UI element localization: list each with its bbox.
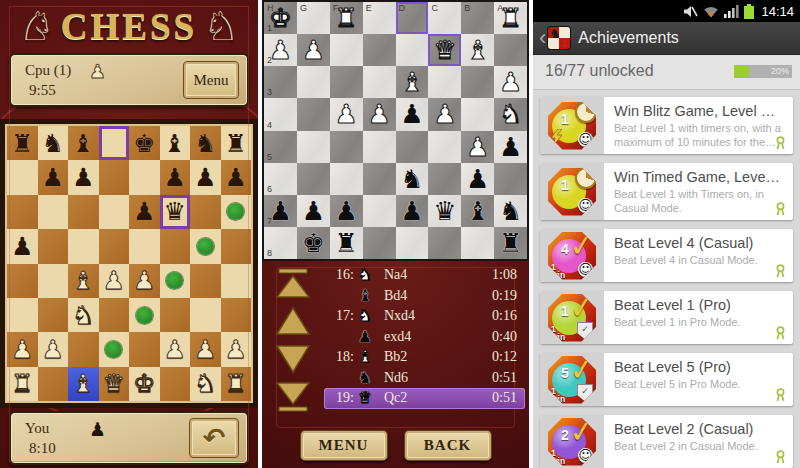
square-c4[interactable]: ♟ <box>428 98 461 130</box>
card-body: Beat Level 1 (Pro) Beat Level 1 in Pro M… <box>604 291 793 344</box>
square-e2[interactable] <box>363 34 396 66</box>
move-row[interactable]: 18: ♝ Bb2 0:12 <box>324 347 525 368</box>
black-queen: ♛ <box>433 198 456 224</box>
square-g2[interactable]: ♟ <box>190 332 221 366</box>
square-d8[interactable] <box>396 227 429 259</box>
achievement-title: Beat Level 5 (Pro) <box>614 359 783 375</box>
black-rook: ♜ <box>335 230 358 256</box>
square-c6[interactable] <box>428 163 461 195</box>
achievement-card[interactable]: 5✓ ☺✓1 win Beat Level 5 (Pro) Beat Level… <box>540 353 793 406</box>
square-b3[interactable] <box>461 66 494 98</box>
square-h6[interactable]: 6 <box>264 163 297 195</box>
move-row[interactable]: ♝ Bd4 0:19 <box>324 286 525 307</box>
white-pawn: ♟ <box>466 134 489 160</box>
square-b8[interactable] <box>461 227 494 259</box>
square-f7[interactable]: ♟ <box>160 160 191 194</box>
move-number: 16: <box>324 267 354 283</box>
move-san: Nxd4 <box>384 308 471 324</box>
middle-chess-board[interactable]: ♚H1G♜FEDCB♜A♟2♟♛♝3♝♟4♟♟♟♟♞5♟♟6♞♟♟7♟♟♟♛♝♞… <box>264 2 527 259</box>
square-a6[interactable] <box>7 195 38 229</box>
square-a5[interactable]: ♟ <box>494 131 527 163</box>
square-b5[interactable] <box>38 229 69 263</box>
square-d7[interactable]: ♟ <box>396 195 429 227</box>
move-time: 0:51 <box>471 390 517 406</box>
square-c4[interactable]: ♝ <box>68 264 99 298</box>
file-label: D <box>399 3 406 13</box>
rank-label: 8 <box>267 248 272 258</box>
knight-left-icon: ♘ <box>19 4 55 48</box>
move-san: Bd4 <box>384 288 471 304</box>
achievement-badge-icon: 1✓ ☺✓1 win <box>548 168 596 216</box>
black-pawn: ♟ <box>11 234 33 259</box>
square-b7[interactable]: ♝ <box>461 195 494 227</box>
white-knight: ♞ <box>499 101 522 127</box>
black-bishop: ♝ <box>72 131 94 156</box>
white-rook: ♜ <box>11 371 33 396</box>
square-g2[interactable]: ♟ <box>297 34 330 66</box>
left-board-frame: ♜♞♝♚♝♞♜♟♟♟♟♟♟♛♟♝♟♟♞♟♟♟♟♟♜♝♛♚♞♜ <box>0 119 258 408</box>
step-back-button[interactable] <box>271 304 315 337</box>
black-bishop: ♝ <box>164 131 186 156</box>
black-queen: ♛ <box>164 199 186 224</box>
card-body: Win Timed Game, Level 1 (Casual) Beat Le… <box>604 163 793 220</box>
square-f2[interactable] <box>330 34 363 66</box>
rank-label: 7 <box>267 216 272 226</box>
black-pawn-icon: ♟ <box>89 419 106 439</box>
square-c2[interactable] <box>68 332 99 366</box>
square-e7[interactable] <box>363 195 396 227</box>
square-f5[interactable] <box>160 229 191 263</box>
achievement-badge-icon: 2✓ ☺✓1 win <box>548 418 596 466</box>
achievement-badge-icon: 5✓ ☺✓1 win <box>548 356 596 404</box>
black-pawn: ♟ <box>72 165 94 190</box>
file-label: A <box>497 3 503 13</box>
square-h2[interactable]: ♟ <box>221 332 252 366</box>
square-h4[interactable] <box>221 264 252 298</box>
achievement-card[interactable]: 2✓ ☺✓1 win Beat Level 2 (Casual) Beat Le… <box>540 415 793 468</box>
square-a4[interactable] <box>7 264 38 298</box>
square-a1[interactable]: ♜ <box>7 367 38 401</box>
file-label: F <box>333 3 339 13</box>
square-g1[interactable]: G <box>297 2 330 34</box>
white-bishop: ♝ <box>466 37 489 63</box>
square-b1[interactable] <box>38 367 69 401</box>
cpu-clock: 9:55 <box>29 82 56 99</box>
white-knight: ♞ <box>72 303 94 328</box>
black-bishop-icon: ♝ <box>354 288 376 304</box>
undo-button[interactable]: ↶ <box>189 418 239 458</box>
square-c6[interactable] <box>68 195 99 229</box>
white-pawn: ♟ <box>335 101 358 127</box>
cpu-player-name: Cpu (1) <box>25 62 71 79</box>
square-f8[interactable]: ♜ <box>330 227 363 259</box>
android-status-bar: 14:14 <box>533 0 800 22</box>
square-e6[interactable]: ♟ <box>129 195 160 229</box>
move-number: 19: <box>324 390 354 406</box>
white-knight: ♞ <box>194 371 216 396</box>
white-pawn: ♟ <box>103 268 125 293</box>
square-g4[interactable] <box>190 264 221 298</box>
square-a3[interactable] <box>7 298 38 332</box>
square-c7[interactable]: ♛ <box>428 195 461 227</box>
skip-to-start-button[interactable] <box>271 266 315 299</box>
square-f3[interactable] <box>160 298 191 332</box>
square-g8[interactable]: ♚ <box>297 227 330 259</box>
middle-board-frame: ♚H1G♜FEDCB♜A♟2♟♛♝3♝♟4♟♟♟♟♞5♟♟6♞♟♟7♟♟♟♛♝♞… <box>262 0 529 261</box>
black-knight: ♞ <box>42 131 64 156</box>
white-queen: ♛ <box>433 37 456 63</box>
card-body: Beat Level 4 (Casual) Beat Level 4 in Ca… <box>604 229 793 282</box>
black-king: ♚ <box>302 230 325 256</box>
square-f1[interactable]: ♜F <box>330 2 363 34</box>
black-rook: ♜ <box>499 230 522 256</box>
square-d2[interactable] <box>396 34 429 66</box>
achievement-title: Win Blitz Game, Level 1 (Casual) <box>614 103 783 119</box>
undo-arrow-icon: ↶ <box>203 424 226 452</box>
move-row[interactable]: ♟ exd4 0:40 <box>324 327 525 348</box>
award-ribbon-icon <box>775 450 786 464</box>
achievement-card[interactable]: 1✓ ☺✓1 win Beat Level 1 (Pro) Beat Level… <box>540 291 793 344</box>
square-c5[interactable] <box>68 229 99 263</box>
square-e6[interactable] <box>363 163 396 195</box>
square-e5[interactable] <box>363 131 396 163</box>
move-time: 0:12 <box>471 349 517 365</box>
square-e3[interactable] <box>363 66 396 98</box>
file-label: E <box>366 3 372 13</box>
black-knight-icon: ♞ <box>354 370 376 386</box>
white-pawn: ♟ <box>367 101 390 127</box>
skip-to-end-button[interactable] <box>271 380 315 413</box>
title-bar: ♘ CHESS ♘ <box>0 2 258 50</box>
achievement-title: Beat Level 4 (Casual) <box>614 235 783 251</box>
bottom-buttons: MENU BACK <box>262 430 529 461</box>
award-ribbon-icon <box>775 264 786 278</box>
square-h7[interactable]: ♟7 <box>264 195 297 227</box>
move-row[interactable]: 17: ♞ Nxd4 0:16 <box>324 306 525 327</box>
square-g5[interactable] <box>190 229 221 263</box>
move-number: 18: <box>324 349 354 365</box>
achievement-title: Win Timed Game, Level 1 (Casual) <box>614 169 783 185</box>
move-time: 0:40 <box>471 329 517 345</box>
square-d1[interactable]: ♛ <box>99 367 130 401</box>
white-pawn: ♟ <box>164 337 186 362</box>
square-d4[interactable]: ♟ <box>396 98 429 130</box>
black-pawn: ♟ <box>194 165 216 190</box>
square-d5[interactable] <box>99 229 130 263</box>
square-f4[interactable]: ♟ <box>330 98 363 130</box>
white-bishop: ♝ <box>72 268 94 293</box>
rank-label: 4 <box>267 120 272 130</box>
move-list: 16: ♞ Na4 1:08 ♝ Bd4 0:19 17: ♞ Nxd4 0:1… <box>324 265 525 409</box>
square-g6[interactable] <box>190 195 221 229</box>
square-h5[interactable] <box>221 229 252 263</box>
black-knight: ♞ <box>400 166 423 192</box>
badge-zone: 1✓ ☺✓1 win <box>540 163 604 220</box>
square-g3[interactable] <box>190 298 221 332</box>
square-a1[interactable]: ♜A <box>494 2 527 34</box>
white-rook: ♜ <box>225 371 247 396</box>
you-player-bar: You ♟ 8:10 ↶ <box>9 411 249 465</box>
step-forward-button[interactable] <box>271 342 315 375</box>
signal-icon <box>724 5 739 18</box>
square-c8[interactable]: ♝ <box>68 126 99 160</box>
square-b6[interactable]: ♟ <box>461 163 494 195</box>
move-review-screen: ♚H1G♜FEDCB♜A♟2♟♛♝3♝♟4♟♟♟♟♞5♟♟6♞♟♟7♟♟♟♛♝♞… <box>262 0 529 468</box>
badge-zone: 2✓ ☺✓1 win <box>540 415 604 468</box>
square-e8[interactable]: ♚ <box>129 126 160 160</box>
square-e1[interactable]: E <box>363 2 396 34</box>
square-d1[interactable]: D <box>396 2 429 34</box>
achievement-badge-icon: 4✓ ☺✓1 win <box>548 232 596 280</box>
white-pawn-icon: ♟ <box>89 61 106 81</box>
white-pawn: ♟ <box>133 268 155 293</box>
square-h5[interactable]: 5 <box>264 131 297 163</box>
square-c3[interactable] <box>428 66 461 98</box>
black-knight: ♞ <box>499 198 522 224</box>
black-rook: ♜ <box>11 131 33 156</box>
black-king: ♚ <box>133 131 155 156</box>
square-b8[interactable]: ♞ <box>38 126 69 160</box>
square-d8[interactable] <box>99 126 130 160</box>
white-pawn: ♟ <box>302 37 325 63</box>
square-a2[interactable] <box>494 34 527 66</box>
progress-bar: 20% <box>734 65 792 78</box>
square-f2[interactable]: ♟ <box>160 332 191 366</box>
square-h2[interactable]: ♟2 <box>264 34 297 66</box>
square-b7[interactable]: ♟ <box>38 160 69 194</box>
square-h8[interactable]: 8 <box>264 227 297 259</box>
chess-app-icon[interactable]: ♞ ♝ <box>548 27 570 49</box>
white-knight-icon: ♞ <box>354 267 376 283</box>
award-ribbon-icon <box>775 202 786 216</box>
achievement-title: Beat Level 2 (Casual) <box>614 421 783 437</box>
white-queen: ♛ <box>103 371 125 396</box>
square-f3[interactable] <box>330 66 363 98</box>
square-b6[interactable] <box>38 195 69 229</box>
square-g4[interactable] <box>297 98 330 130</box>
move-san: exd4 <box>384 329 471 345</box>
square-h8[interactable]: ♜ <box>221 126 252 160</box>
square-g7[interactable]: ♟ <box>297 195 330 227</box>
move-san: Nd6 <box>384 370 471 386</box>
left-chess-board[interactable]: ♜♞♝♚♝♞♜♟♟♟♟♟♟♛♟♝♟♟♞♟♟♟♟♟♜♝♛♚♞♜ <box>7 126 251 401</box>
file-label: H <box>267 3 274 13</box>
square-e8[interactable] <box>363 227 396 259</box>
move-navigation <box>266 266 320 413</box>
unlocked-count: 16/77 unlocked <box>545 62 654 80</box>
achievement-card[interactable]: 1✓ ☺✓1 win Win Blitz Game, Level 1 (Casu… <box>540 97 793 154</box>
square-c3[interactable]: ♞ <box>68 298 99 332</box>
white-king: ♚ <box>133 371 155 396</box>
square-b4[interactable] <box>461 98 494 130</box>
square-d4[interactable]: ♟ <box>99 264 130 298</box>
cpu-player-bar: Cpu (1) ♟ 9:55 Menu <box>9 53 249 107</box>
legal-move-dot <box>197 238 214 255</box>
square-h3[interactable] <box>221 298 252 332</box>
square-f5[interactable] <box>330 131 363 163</box>
square-c1[interactable]: C <box>428 2 461 34</box>
square-g5[interactable] <box>297 131 330 163</box>
legal-move-dot <box>166 272 183 289</box>
achievement-description: Beat Level 1 with Timers on, in Casual M… <box>614 187 783 216</box>
square-f6[interactable] <box>330 163 363 195</box>
rank-label: 5 <box>267 152 272 162</box>
white-knight-icon: ♞ <box>354 308 376 324</box>
square-c7[interactable]: ♟ <box>68 160 99 194</box>
black-rook: ♜ <box>225 131 247 156</box>
legal-move-dot <box>105 341 122 358</box>
square-e3[interactable] <box>129 298 160 332</box>
black-pawn: ♟ <box>269 198 292 224</box>
square-a4[interactable]: ♞ <box>494 98 527 130</box>
rank-label: 3 <box>267 87 272 97</box>
square-a7[interactable] <box>7 160 38 194</box>
you-clock: 8:10 <box>29 440 56 457</box>
black-pawn: ♟ <box>400 198 423 224</box>
square-c5[interactable] <box>428 131 461 163</box>
square-h7[interactable]: ♟ <box>221 160 252 194</box>
knight-right-icon: ♘ <box>203 4 239 48</box>
square-e5[interactable] <box>129 229 160 263</box>
badge-zone: 1✓ ☺✓1 win <box>540 291 604 344</box>
move-time: 0:51 <box>471 370 517 386</box>
back-chevron-icon[interactable]: ‹ <box>539 23 546 53</box>
square-e2[interactable] <box>129 332 160 366</box>
square-f8[interactable]: ♝ <box>160 126 191 160</box>
rank-label: 6 <box>267 184 272 194</box>
move-time: 0:19 <box>471 288 517 304</box>
wifi-icon <box>703 5 719 18</box>
achievement-description: Beat Level 1 with timers on, with a maxi… <box>614 121 783 150</box>
achievement-badge-icon: 1✓ ☺✓1 win <box>548 294 596 342</box>
square-b2[interactable]: ♟ <box>38 332 69 366</box>
square-g1[interactable]: ♞ <box>190 367 221 401</box>
square-e1[interactable]: ♚ <box>129 367 160 401</box>
app-title: CHESS <box>61 5 197 48</box>
move-san: Na4 <box>384 267 471 283</box>
rank-label: 2 <box>267 55 272 65</box>
white-pawn: ♟ <box>499 69 522 95</box>
black-pawn: ♟ <box>164 165 186 190</box>
square-c1[interactable]: ♝ <box>68 367 99 401</box>
black-pawn: ♟ <box>133 199 155 224</box>
square-f1[interactable] <box>160 367 191 401</box>
progress-percent: 20% <box>771 65 789 78</box>
black-bishop: ♝ <box>466 198 489 224</box>
progress-fill <box>734 65 749 78</box>
square-h1[interactable]: ♚H1 <box>264 2 297 34</box>
square-h4[interactable]: 4 <box>264 98 297 130</box>
square-b2[interactable]: ♝ <box>461 34 494 66</box>
square-g3[interactable] <box>297 66 330 98</box>
square-a5[interactable]: ♟ <box>7 229 38 263</box>
chess-game-screen: ♘ CHESS ♘ Cpu (1) ♟ 9:55 Menu ♜♞♝♚♝♞♜♟♟♟… <box>0 0 258 468</box>
square-c2[interactable]: ♛ <box>428 34 461 66</box>
black-knight: ♞ <box>194 131 216 156</box>
achievement-card[interactable]: 1✓ ☺✓1 win Win Timed Game, Level 1 (Casu… <box>540 163 793 220</box>
white-pawn: ♟ <box>11 337 33 362</box>
battery-icon <box>744 4 754 19</box>
card-body: Win Blitz Game, Level 1 (Casual) Beat Le… <box>604 97 793 154</box>
square-h3[interactable]: 3 <box>264 66 297 98</box>
move-row-selected[interactable]: 19: ♛ Qc2 0:51 <box>324 388 525 409</box>
square-f6[interactable]: ♛ <box>160 195 191 229</box>
square-e7[interactable] <box>129 160 160 194</box>
menu-button[interactable]: Menu <box>183 61 239 99</box>
square-d5[interactable] <box>396 131 429 163</box>
move-san: Qc2 <box>384 390 471 406</box>
square-a3[interactable]: ♟ <box>494 66 527 98</box>
black-pawn: ♟ <box>400 101 423 127</box>
move-row[interactable]: 16: ♞ Na4 1:08 <box>324 265 525 286</box>
square-h1[interactable]: ♜ <box>221 367 252 401</box>
square-a8[interactable]: ♜ <box>7 126 38 160</box>
move-row[interactable]: ♞ Nd6 0:51 <box>324 368 525 389</box>
white-pawn: ♟ <box>194 337 216 362</box>
square-d3[interactable] <box>99 298 130 332</box>
award-ribbon-icon <box>775 136 786 150</box>
square-a8[interactable]: ♜ <box>494 227 527 259</box>
move-san: Bb2 <box>384 349 471 365</box>
card-body: Beat Level 2 (Casual) Beat Level 2 in Ca… <box>604 415 793 468</box>
square-b3[interactable] <box>38 298 69 332</box>
black-pawn-icon: ♟ <box>354 329 376 345</box>
black-pawn: ♟ <box>335 198 358 224</box>
square-d2[interactable] <box>99 332 130 366</box>
screen-title: Achievements <box>578 29 679 47</box>
square-e4[interactable]: ♟ <box>363 98 396 130</box>
black-pawn: ♟ <box>499 134 522 160</box>
move-list-area: 16: ♞ Na4 1:08 ♝ Bd4 0:19 17: ♞ Nxd4 0:1… <box>262 261 529 468</box>
badge-zone: 5✓ ☺✓1 win <box>540 353 604 406</box>
square-g7[interactable]: ♟ <box>190 160 221 194</box>
achievement-description: Beat Level 2 in Casual Mode. <box>614 439 783 453</box>
square-g6[interactable] <box>297 163 330 195</box>
square-g8[interactable]: ♞ <box>190 126 221 160</box>
you-player-name: You <box>25 420 49 437</box>
file-label: B <box>464 3 470 13</box>
achievement-title: Beat Level 1 (Pro) <box>614 297 783 313</box>
achievement-description: Beat Level 5 in Pro Mode. <box>614 377 783 391</box>
achievement-description: Beat Level 1 in Pro Mode. <box>614 315 783 329</box>
square-h6[interactable] <box>221 195 252 229</box>
square-a6[interactable] <box>494 163 527 195</box>
square-d6[interactable] <box>99 195 130 229</box>
square-f7[interactable]: ♟ <box>330 195 363 227</box>
unlock-progress-section: 16/77 unlocked 20% <box>533 55 800 90</box>
back-button[interactable]: BACK <box>404 430 492 461</box>
file-label: C <box>431 3 438 13</box>
square-b5[interactable]: ♟ <box>461 131 494 163</box>
square-c8[interactable] <box>428 227 461 259</box>
square-b1[interactable]: B <box>461 2 494 34</box>
achievement-badge-icon: 1✓ ☺✓1 win <box>548 102 596 150</box>
achievement-card[interactable]: 4✓ ☺✓1 win Beat Level 4 (Casual) Beat Le… <box>540 229 793 282</box>
award-ribbon-icon <box>775 326 786 340</box>
square-d6[interactable]: ♞ <box>396 163 429 195</box>
black-pawn: ♟ <box>225 165 247 190</box>
square-e4[interactable]: ♟ <box>129 264 160 298</box>
square-f4[interactable] <box>160 264 191 298</box>
square-a2[interactable]: ♟ <box>7 332 38 366</box>
square-a7[interactable]: ♞ <box>494 195 527 227</box>
square-b4[interactable] <box>38 264 69 298</box>
square-d3[interactable]: ♝ <box>396 66 429 98</box>
mute-icon <box>683 5 698 18</box>
legal-move-dot <box>227 203 244 220</box>
menu-button[interactable]: MENU <box>300 430 388 461</box>
square-d7[interactable] <box>99 160 130 194</box>
